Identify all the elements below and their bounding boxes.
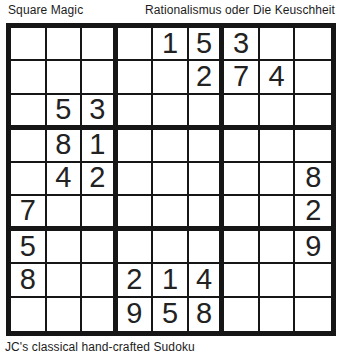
cell-r4c6[interactable] [189, 130, 225, 163]
cell-r1c8[interactable] [260, 28, 296, 61]
cell-r4c7[interactable] [224, 130, 260, 163]
cell-r6c6[interactable] [189, 196, 225, 231]
cell-r4c1[interactable] [11, 130, 47, 163]
cell-r8c9[interactable] [295, 264, 331, 297]
cell-r3c1[interactable] [11, 95, 47, 130]
cell-r7c2[interactable] [47, 231, 83, 264]
cell-r4c8[interactable] [260, 130, 296, 163]
header: Square Magic Rationalismus oder Die Keus… [8, 3, 335, 18]
cell-r7c1-given-5[interactable]: 5 [11, 231, 47, 264]
cell-r7c4[interactable] [118, 231, 154, 264]
cell-r7c9-given-9[interactable]: 9 [295, 231, 331, 264]
cell-r2c8-given-4[interactable]: 4 [260, 61, 296, 94]
cell-r6c7[interactable] [224, 196, 260, 231]
cell-r7c6[interactable] [189, 231, 225, 264]
puzzle-subtitle: Rationalismus oder Die Keuschheit [145, 3, 335, 18]
cell-r9c7[interactable] [224, 298, 260, 331]
cell-r8c7[interactable] [224, 264, 260, 297]
cell-r4c2-given-8[interactable]: 8 [47, 130, 83, 163]
cell-r6c4[interactable] [118, 196, 154, 231]
cell-r5c2-given-4[interactable]: 4 [47, 163, 83, 196]
cell-r3c6[interactable] [189, 95, 225, 130]
cell-r4c3-given-1[interactable]: 1 [82, 130, 118, 163]
cell-r8c8[interactable] [260, 264, 296, 297]
cell-r2c4[interactable] [118, 61, 154, 94]
cell-r3c5[interactable] [153, 95, 189, 130]
puzzle-title: Square Magic [8, 3, 83, 18]
cell-r4c9[interactable] [295, 130, 331, 163]
cell-r2c9[interactable] [295, 61, 331, 94]
cell-r9c2[interactable] [47, 298, 83, 331]
cell-r4c4[interactable] [118, 130, 154, 163]
cell-r2c6-given-2[interactable]: 2 [189, 61, 225, 94]
cell-r7c5[interactable] [153, 231, 189, 264]
cell-r1c3[interactable] [82, 28, 118, 61]
cell-r4c5[interactable] [153, 130, 189, 163]
cell-r1c4[interactable] [118, 28, 154, 61]
cell-r3c3-given-3[interactable]: 3 [82, 95, 118, 130]
cell-r3c4[interactable] [118, 95, 154, 130]
cell-r7c7[interactable] [224, 231, 260, 264]
cell-r3c8[interactable] [260, 95, 296, 130]
cell-r1c9[interactable] [295, 28, 331, 61]
cell-r9c6-given-8[interactable]: 8 [189, 298, 225, 331]
cell-r6c5[interactable] [153, 196, 189, 231]
cell-r1c2[interactable] [47, 28, 83, 61]
cell-r3c9[interactable] [295, 95, 331, 130]
cell-r9c8[interactable] [260, 298, 296, 331]
cell-r5c9-given-8[interactable]: 8 [295, 163, 331, 196]
footer-caption: JC's classical hand-crafted Sudoku [5, 340, 195, 355]
cell-r7c3[interactable] [82, 231, 118, 264]
sudoku-page: Square Magic Rationalismus oder Die Keus… [0, 0, 340, 358]
cell-r9c4-given-9[interactable]: 9 [118, 298, 154, 331]
cell-r2c5[interactable] [153, 61, 189, 94]
cell-r8c1-given-8[interactable]: 8 [11, 264, 47, 297]
cell-r5c7[interactable] [224, 163, 260, 196]
cell-r2c2[interactable] [47, 61, 83, 94]
cell-r8c4-given-2[interactable]: 2 [118, 264, 154, 297]
cell-r6c2[interactable] [47, 196, 83, 231]
cell-r9c1[interactable] [11, 298, 47, 331]
cell-r8c6-given-4[interactable]: 4 [189, 264, 225, 297]
cell-r6c1-given-7[interactable]: 7 [11, 196, 47, 231]
cell-r6c3[interactable] [82, 196, 118, 231]
cell-r5c8[interactable] [260, 163, 296, 196]
cell-r1c6-given-5[interactable]: 5 [189, 28, 225, 61]
cell-r5c6[interactable] [189, 163, 225, 196]
cell-r7c8[interactable] [260, 231, 296, 264]
cell-r1c5-given-1[interactable]: 1 [153, 28, 189, 61]
cell-r5c4[interactable] [118, 163, 154, 196]
cell-r6c8[interactable] [260, 196, 296, 231]
sudoku-board: 153274538142872598214958 [6, 23, 336, 336]
cell-r1c1[interactable] [11, 28, 47, 61]
cell-r2c1[interactable] [11, 61, 47, 94]
cell-r2c3[interactable] [82, 61, 118, 94]
cell-r1c7-given-3[interactable]: 3 [224, 28, 260, 61]
cell-r9c5-given-5[interactable]: 5 [153, 298, 189, 331]
cell-r2c7-given-7[interactable]: 7 [224, 61, 260, 94]
cell-r5c3-given-2[interactable]: 2 [82, 163, 118, 196]
cell-r5c5[interactable] [153, 163, 189, 196]
cell-r3c2-given-5[interactable]: 5 [47, 95, 83, 130]
cell-r9c3[interactable] [82, 298, 118, 331]
cell-r8c2[interactable] [47, 264, 83, 297]
cell-r8c5-given-1[interactable]: 1 [153, 264, 189, 297]
cell-r3c7[interactable] [224, 95, 260, 130]
cell-r8c3[interactable] [82, 264, 118, 297]
cell-r9c9[interactable] [295, 298, 331, 331]
cell-r5c1[interactable] [11, 163, 47, 196]
cell-r6c9-given-2[interactable]: 2 [295, 196, 331, 231]
